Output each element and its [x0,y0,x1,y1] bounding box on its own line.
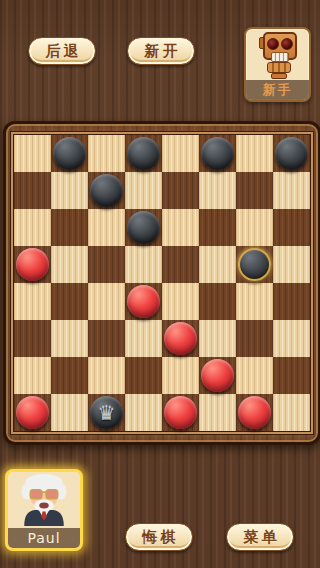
board-square [51,394,88,431]
board-frame: ♛ [3,121,320,445]
board-square[interactable] [162,320,199,357]
board-square[interactable] [51,135,88,172]
board-grid: ♛ [13,134,311,432]
board-square [199,172,236,209]
robot-feet-icon [271,73,287,79]
board-square[interactable] [236,172,273,209]
board-square[interactable] [162,172,199,209]
board-square[interactable] [162,394,199,431]
board-square[interactable]: ♛ [88,394,125,431]
board-square[interactable] [199,209,236,246]
board-square [51,172,88,209]
board-square [162,209,199,246]
board-square [236,357,273,394]
player-card[interactable]: Paul [5,469,83,551]
red-piece[interactable] [16,248,49,281]
black-piece[interactable] [53,137,86,170]
red-piece[interactable] [16,396,49,429]
board-square[interactable] [14,246,51,283]
board-square [236,209,273,246]
board-square [273,246,310,283]
board-square [162,135,199,172]
board-square [273,172,310,209]
black-piece[interactable] [275,137,308,170]
black-piece[interactable] [127,211,160,244]
board-square[interactable] [51,283,88,320]
red-piece[interactable] [164,396,197,429]
robot-body-icon [267,62,291,73]
king-crown-icon: ♛ [90,396,123,429]
old-man-avatar-icon [11,473,77,526]
red-piece[interactable] [127,285,160,318]
board-square [273,394,310,431]
board-square [162,357,199,394]
board-square[interactable] [125,209,162,246]
undo-move-button[interactable]: 悔棋 [125,523,193,551]
board-square [199,394,236,431]
black-piece[interactable] [90,174,123,207]
board-square[interactable] [199,135,236,172]
board-square [199,246,236,283]
board-square[interactable] [51,209,88,246]
board-square[interactable] [51,357,88,394]
board-square [14,209,51,246]
board-square [14,135,51,172]
board-square [88,135,125,172]
board-square[interactable] [273,209,310,246]
board-square[interactable] [88,320,125,357]
black-piece[interactable] [238,248,271,281]
board-square[interactable] [125,135,162,172]
board-square [51,320,88,357]
board-square [88,283,125,320]
board-square [199,320,236,357]
board-square[interactable] [14,172,51,209]
board-square[interactable] [14,320,51,357]
board-square[interactable] [162,246,199,283]
board-square [125,320,162,357]
red-piece[interactable] [238,396,271,429]
robot-teeth-icon [271,52,289,62]
robot-head-icon [263,32,297,60]
board-square [88,209,125,246]
robot-avatar-icon [256,32,300,78]
red-piece[interactable] [164,322,197,355]
board-square[interactable] [273,357,310,394]
robot-eye-icon [267,38,279,50]
board-square[interactable] [199,283,236,320]
opponent-card[interactable]: 新手 [244,27,311,102]
back-button[interactable]: 后退 [28,37,96,65]
robot-eye-icon [281,38,293,50]
board-square [125,394,162,431]
board-square[interactable] [236,246,273,283]
player-name-label: Paul [8,528,80,548]
board-square [162,283,199,320]
black-piece[interactable] [127,137,160,170]
board-square [236,135,273,172]
board-square[interactable] [236,320,273,357]
board-square[interactable] [199,357,236,394]
board-square [125,172,162,209]
board-square[interactable] [88,172,125,209]
black-piece[interactable] [201,137,234,170]
opponent-level-label: 新手 [246,80,309,100]
board-square [88,357,125,394]
board-square[interactable] [236,394,273,431]
menu-button[interactable]: 菜单 [226,523,294,551]
board-square [125,246,162,283]
red-piece[interactable] [201,359,234,392]
board-square [51,246,88,283]
board-square [14,283,51,320]
board-square[interactable] [125,357,162,394]
black-king-piece[interactable]: ♛ [90,396,123,429]
board-square[interactable] [88,246,125,283]
board-square[interactable] [14,394,51,431]
board-square [14,357,51,394]
board-square[interactable] [273,283,310,320]
board-square [273,320,310,357]
board-square[interactable] [273,135,310,172]
board-square [236,283,273,320]
board-square[interactable] [125,283,162,320]
new-game-button[interactable]: 新开 [127,37,195,65]
